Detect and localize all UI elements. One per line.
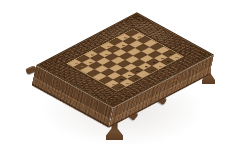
chess-piece-glyph: ♜ — [109, 79, 127, 89]
board-square: ♜ — [111, 83, 125, 91]
chess-set-photo: ♜♟♟♜♞♟♟♞♝♟♟♝♛♟♟♛♚♟♟♚♝♟♟♝♞♟♟♞♜♟♟♜ — [0, 0, 240, 150]
